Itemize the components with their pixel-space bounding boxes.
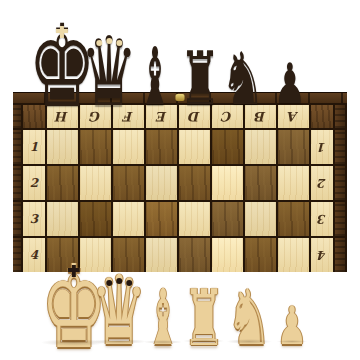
square-c4 — [212, 238, 243, 272]
light-bishop: ♝ — [143, 306, 182, 350]
light-pawn: ♟ — [277, 314, 307, 348]
light-rook-glyph: ♜ — [183, 279, 225, 357]
square-e3 — [146, 202, 177, 236]
square-c1 — [212, 130, 243, 164]
board-rim — [335, 130, 345, 164]
light-rook: ♜ — [183, 303, 225, 350]
board-rim — [335, 166, 345, 200]
square-b1 — [245, 130, 276, 164]
square-d3 — [179, 202, 210, 236]
rank-label-right-4: 4 — [311, 238, 333, 272]
board-rim — [13, 166, 21, 200]
dark-rook: ♜ — [179, 64, 220, 110]
dark-bishop-glyph: ♝ — [138, 38, 172, 117]
board-rim — [335, 105, 345, 128]
dark-bishop: ♝ — [135, 66, 174, 110]
board-rim — [13, 238, 21, 272]
square-g1 — [80, 130, 111, 164]
square-f3 — [113, 202, 144, 236]
board-rim — [13, 202, 21, 236]
light-bishop-glyph: ♝ — [146, 280, 180, 357]
square-h1 — [47, 130, 78, 164]
light-pawn-glyph: ♟ — [277, 299, 307, 352]
light-king-cross-accent — [72, 265, 76, 277]
rank-label-right-3: 3 — [311, 202, 333, 236]
square-b3 — [245, 202, 276, 236]
square-d4 — [179, 238, 210, 272]
dark-queen: ♛ — [80, 50, 137, 114]
board-rim — [335, 238, 345, 272]
square-a2 — [278, 166, 309, 200]
square-c2 — [212, 166, 243, 200]
rank-label-right-2: 2 — [311, 166, 333, 200]
board-corner — [311, 105, 333, 128]
square-h3 — [47, 202, 78, 236]
light-queen: ♛ — [91, 291, 147, 353]
square-h2 — [47, 166, 78, 200]
square-e4 — [146, 238, 177, 272]
dark-pawn-glyph: ♟ — [274, 56, 306, 112]
square-b2 — [245, 166, 276, 200]
rank-label-left-3: 3 — [23, 202, 45, 236]
dark-rook-glyph: ♜ — [179, 42, 220, 116]
rank-label-left-1: 1 — [23, 130, 45, 164]
square-a1 — [278, 130, 309, 164]
light-queen-tips-accent — [116, 278, 122, 284]
dark-knight: ♞ — [221, 61, 266, 111]
dark-queen-tips-accent — [106, 38, 112, 44]
square-c3 — [212, 202, 243, 236]
square-e2 — [146, 166, 177, 200]
square-d1 — [179, 130, 210, 164]
square-f2 — [113, 166, 144, 200]
light-knight: ♞ — [226, 300, 272, 351]
product-photo-stage: HGFEDCBA11223344 ♚ ♛ ♝ ♜ ♞ ♟ ♚ ♛ ♝ ♜ ♞ ♟ — [0, 0, 360, 360]
dark-knight-glyph: ♞ — [221, 43, 266, 116]
square-d2 — [179, 166, 210, 200]
board-rim — [13, 130, 21, 164]
light-knight-glyph: ♞ — [226, 280, 272, 357]
square-g3 — [80, 202, 111, 236]
square-a4 — [278, 238, 309, 272]
dark-pawn: ♟ — [274, 72, 306, 108]
board-rim — [335, 202, 345, 236]
rank-label-left-2: 2 — [23, 166, 45, 200]
rank-label-right-1: 1 — [311, 130, 333, 164]
square-g2 — [80, 166, 111, 200]
square-e1 — [146, 130, 177, 164]
square-b4 — [245, 238, 276, 272]
square-a3 — [278, 202, 309, 236]
board-rim — [13, 105, 21, 128]
dark-king-cross-accent — [60, 26, 64, 38]
square-f1 — [113, 130, 144, 164]
